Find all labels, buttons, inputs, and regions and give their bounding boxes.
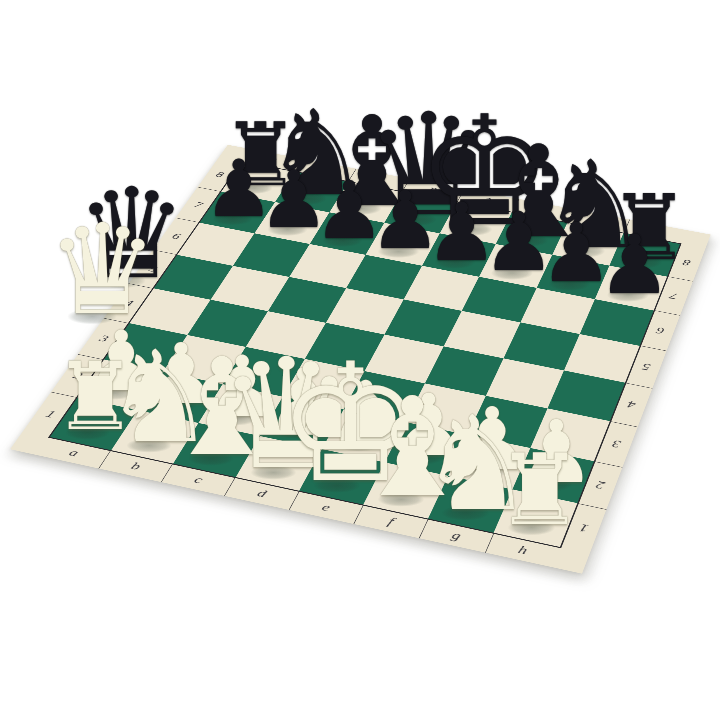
black-pawn-glyph: ♟ — [258, 169, 316, 230]
black-pawn-f7[interactable]: ♟ — [482, 211, 541, 273]
black-pawn-h7[interactable]: ♟ — [598, 233, 658, 296]
black-pawn-a7[interactable]: ♟ — [204, 159, 262, 220]
black-pawn-c7[interactable]: ♟ — [313, 180, 371, 241]
rank-label-6: 6 — [654, 325, 665, 337]
black-pawn-g7[interactable]: ♟ — [540, 222, 600, 285]
white-rook-h1[interactable]: ♜ — [496, 453, 568, 529]
white-rook-glyph: ♜ — [496, 453, 568, 529]
black-pawn-glyph: ♟ — [204, 159, 262, 220]
rank-label-5: 5 — [640, 361, 652, 373]
black-pawn-glyph: ♟ — [369, 190, 428, 252]
black-pawn-glyph: ♟ — [482, 211, 541, 273]
black-pawn-glyph: ♟ — [540, 222, 600, 285]
rank-label-4: 4 — [625, 398, 637, 411]
black-pawn-glyph: ♟ — [426, 201, 485, 263]
black-pawn-glyph: ♟ — [598, 233, 658, 296]
black-pawn-b7[interactable]: ♟ — [258, 169, 316, 230]
chess-set-photo: abcdefgh abcdefgh 87654321 87654321 ♜♞♝♛… — [0, 0, 720, 720]
white-queen-glyph: ♛ — [46, 222, 137, 318]
rank-label-3: 3 — [610, 437, 622, 450]
black-pawn-d7[interactable]: ♟ — [369, 190, 428, 252]
rank-label-2: 2 — [594, 478, 607, 492]
black-pawn-glyph: ♟ — [313, 180, 371, 241]
white-queen-extra[interactable]: ♛ — [46, 222, 137, 318]
black-pawn-e7[interactable]: ♟ — [426, 201, 485, 263]
